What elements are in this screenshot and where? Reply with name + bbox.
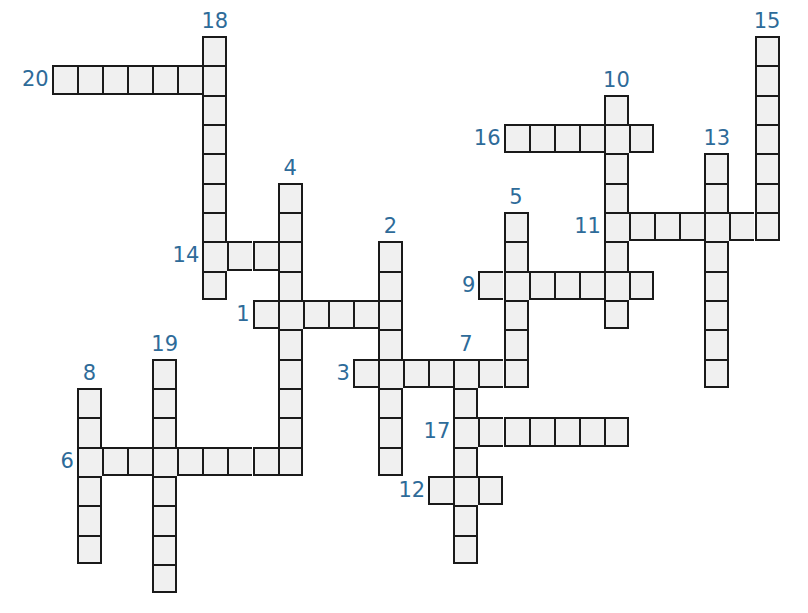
cell-r3-c20[interactable] <box>554 124 579 153</box>
cell-r6-c24[interactable] <box>654 212 679 241</box>
clue-number-14-across: 14 <box>119 241 199 270</box>
cell-r7-c26[interactable] <box>704 241 729 270</box>
cell-r9-c26[interactable] <box>704 300 729 329</box>
cell-r1-c28[interactable] <box>755 65 780 94</box>
cell-r3-c22[interactable] <box>604 124 629 153</box>
cell-r9-c13[interactable] <box>378 300 403 329</box>
cell-r3-c21[interactable] <box>579 124 604 153</box>
cell-r5-c26[interactable] <box>704 183 729 212</box>
cell-r6-c23[interactable] <box>629 212 654 241</box>
cell-r14-c4[interactable] <box>152 447 177 476</box>
cell-r4-c26[interactable] <box>704 153 729 182</box>
cell-r11-c14[interactable] <box>403 359 428 388</box>
cell-r9-c9[interactable] <box>278 300 303 329</box>
cell-r8-c21[interactable] <box>579 271 604 300</box>
cell-r13-c4[interactable] <box>152 417 177 446</box>
cell-r10-c9[interactable] <box>278 329 303 358</box>
cell-r9-c10[interactable] <box>303 300 328 329</box>
cell-r8-c6[interactable] <box>202 271 227 300</box>
cell-r6-c6[interactable] <box>202 212 227 241</box>
cell-r1-c1[interactable] <box>77 65 102 94</box>
cell-r3-c23[interactable] <box>629 124 654 153</box>
cell-r0-c6[interactable] <box>202 36 227 65</box>
clue-number-6-across: 6 <box>0 447 74 476</box>
cell-r14-c3[interactable] <box>127 447 152 476</box>
cell-r12-c4[interactable] <box>152 388 177 417</box>
cell-r3-c18[interactable] <box>504 124 529 153</box>
cell-r11-c12[interactable] <box>353 359 378 388</box>
cell-r14-c9[interactable] <box>278 447 303 476</box>
cell-r10-c26[interactable] <box>704 329 729 358</box>
cell-r9-c18[interactable] <box>504 300 529 329</box>
cell-r7-c22[interactable] <box>604 241 629 270</box>
clue-number-13-down: 13 <box>677 126 757 150</box>
cell-r2-c28[interactable] <box>755 95 780 124</box>
cell-r0-c28[interactable] <box>755 36 780 65</box>
cell-r1-c2[interactable] <box>102 65 127 94</box>
cell-r12-c1[interactable] <box>77 388 102 417</box>
cell-r5-c28[interactable] <box>755 183 780 212</box>
clue-number-4-down: 4 <box>250 156 330 180</box>
cell-r7-c8[interactable] <box>253 241 278 270</box>
cell-r7-c6[interactable] <box>202 241 227 270</box>
cell-r7-c13[interactable] <box>378 241 403 270</box>
cell-r13-c19[interactable] <box>529 417 554 446</box>
cell-r3-c28[interactable] <box>755 124 780 153</box>
cell-r3-c19[interactable] <box>529 124 554 153</box>
cell-r5-c22[interactable] <box>604 183 629 212</box>
cell-r5-c9[interactable] <box>278 183 303 212</box>
clue-number-2-down: 2 <box>351 214 431 238</box>
clue-number-15-down: 15 <box>727 9 807 33</box>
clue-number-9-across: 9 <box>395 271 475 300</box>
cell-r11-c18[interactable] <box>504 359 529 388</box>
cell-r4-c22[interactable] <box>604 153 629 182</box>
clue-number-7-down: 7 <box>426 332 506 356</box>
cell-r9-c11[interactable] <box>328 300 353 329</box>
cell-r6-c22[interactable] <box>604 212 629 241</box>
clue-number-8-down: 8 <box>49 361 129 385</box>
cell-r14-c13[interactable] <box>378 447 403 476</box>
cell-r1-c0[interactable] <box>52 65 77 94</box>
cell-r2-c22[interactable] <box>604 95 629 124</box>
cell-r15-c1[interactable] <box>77 476 102 505</box>
cell-r10-c18[interactable] <box>504 329 529 358</box>
clue-number-18-down: 18 <box>175 9 255 33</box>
cell-r16-c4[interactable] <box>152 505 177 534</box>
cell-r17-c16[interactable] <box>453 535 478 564</box>
cell-r15-c4[interactable] <box>152 476 177 505</box>
cell-r12-c13[interactable] <box>378 388 403 417</box>
cell-r6-c27[interactable] <box>729 212 754 241</box>
cell-r17-c4[interactable] <box>152 535 177 564</box>
cell-r5-c6[interactable] <box>202 183 227 212</box>
clue-number-3-across: 3 <box>270 359 350 388</box>
cell-r13-c20[interactable] <box>554 417 579 446</box>
cell-r8-c17[interactable] <box>478 271 503 300</box>
cell-r13-c1[interactable] <box>77 417 102 446</box>
cell-r8-c26[interactable] <box>704 271 729 300</box>
cell-r16-c1[interactable] <box>77 505 102 534</box>
cell-r11-c26[interactable] <box>704 359 729 388</box>
clue-number-16-across: 16 <box>421 124 501 153</box>
cell-r14-c6[interactable] <box>202 447 227 476</box>
cell-r3-c6[interactable] <box>202 124 227 153</box>
cell-r11-c17[interactable] <box>478 359 503 388</box>
cell-r6-c28[interactable] <box>755 212 780 241</box>
cell-r13-c16[interactable] <box>453 417 478 446</box>
clue-number-17-across: 17 <box>370 417 450 446</box>
cell-r12-c9[interactable] <box>278 388 303 417</box>
cell-r13-c22[interactable] <box>604 417 629 446</box>
cell-r4-c28[interactable] <box>755 153 780 182</box>
cell-r14-c5[interactable] <box>177 447 202 476</box>
cell-r1-c4[interactable] <box>152 65 177 94</box>
cell-r2-c6[interactable] <box>202 95 227 124</box>
cell-r7-c18[interactable] <box>504 241 529 270</box>
cell-r17-c1[interactable] <box>77 535 102 564</box>
cell-r8-c22[interactable] <box>604 271 629 300</box>
cell-r11-c16[interactable] <box>453 359 478 388</box>
cell-r13-c21[interactable] <box>579 417 604 446</box>
clue-number-5-down: 5 <box>476 185 556 209</box>
cell-r18-c4[interactable] <box>152 564 177 593</box>
clue-number-20-across: 20 <box>0 65 49 94</box>
cell-r16-c16[interactable] <box>453 505 478 534</box>
cell-r8-c23[interactable] <box>629 271 654 300</box>
cell-r12-c16[interactable] <box>453 388 478 417</box>
cell-r8-c18[interactable] <box>504 271 529 300</box>
clue-number-12-across: 12 <box>345 476 425 505</box>
cell-r13-c18[interactable] <box>504 417 529 446</box>
cell-r15-c16[interactable] <box>453 476 478 505</box>
cell-r4-c6[interactable] <box>202 153 227 182</box>
cell-r14-c2[interactable] <box>102 447 127 476</box>
cell-r7-c9[interactable] <box>278 241 303 270</box>
clue-number-10-down: 10 <box>576 68 656 92</box>
clue-number-11-across: 11 <box>521 212 601 241</box>
cell-r9-c12[interactable] <box>353 300 378 329</box>
cell-r9-c22[interactable] <box>604 300 629 329</box>
cell-r13-c9[interactable] <box>278 417 303 446</box>
clue-number-1-across: 1 <box>170 300 250 329</box>
cell-r14-c16[interactable] <box>453 447 478 476</box>
cell-r11-c13[interactable] <box>378 359 403 388</box>
cell-r8-c19[interactable] <box>529 271 554 300</box>
cell-r6-c26[interactable] <box>704 212 729 241</box>
cell-r7-c7[interactable] <box>227 241 252 270</box>
crossword-board: 1369111214161720245781013151819 <box>0 0 808 613</box>
cell-r11-c4[interactable] <box>152 359 177 388</box>
cell-r11-c15[interactable] <box>428 359 453 388</box>
cell-r6-c9[interactable] <box>278 212 303 241</box>
cell-r14-c7[interactable] <box>227 447 252 476</box>
cell-r10-c13[interactable] <box>378 329 403 358</box>
cell-r1-c3[interactable] <box>127 65 152 94</box>
cell-r15-c17[interactable] <box>478 476 503 505</box>
cell-r8-c9[interactable] <box>278 271 303 300</box>
cell-r14-c8[interactable] <box>253 447 278 476</box>
cell-r15-c15[interactable] <box>428 476 453 505</box>
cell-r1-c6[interactable] <box>202 65 227 94</box>
cell-r8-c20[interactable] <box>554 271 579 300</box>
cell-r14-c1[interactable] <box>77 447 102 476</box>
clue-number-19-down: 19 <box>125 332 205 356</box>
cell-r1-c5[interactable] <box>177 65 202 94</box>
cell-r13-c17[interactable] <box>478 417 503 446</box>
cell-r6-c25[interactable] <box>679 212 704 241</box>
cell-r9-c8[interactable] <box>253 300 278 329</box>
